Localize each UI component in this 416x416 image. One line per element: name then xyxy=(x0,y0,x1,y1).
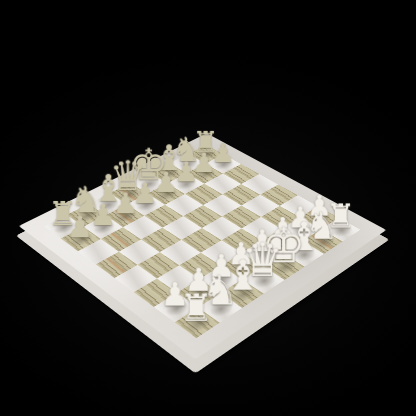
white-rook-icon: ♜ xyxy=(180,289,214,327)
green-pawn-icon: ♟ xyxy=(67,213,93,242)
chess-board: ♜♞♝♛♚♝♞♜♟♟♟♟♟♟♟♟♟♟♟♟♟♟♟♟♜♞♝♛♚♝♞♜ xyxy=(19,133,387,359)
scene: ♜♞♝♛♚♝♞♜♟♟♟♟♟♟♟♟♟♟♟♟♟♟♟♟♜♞♝♛♚♝♞♜ xyxy=(0,0,416,416)
photo-stage: ♜♞♝♛♚♝♞♜♟♟♟♟♟♟♟♟♟♟♟♟♟♟♟♟♜♞♝♛♚♝♞♜ xyxy=(0,0,416,416)
